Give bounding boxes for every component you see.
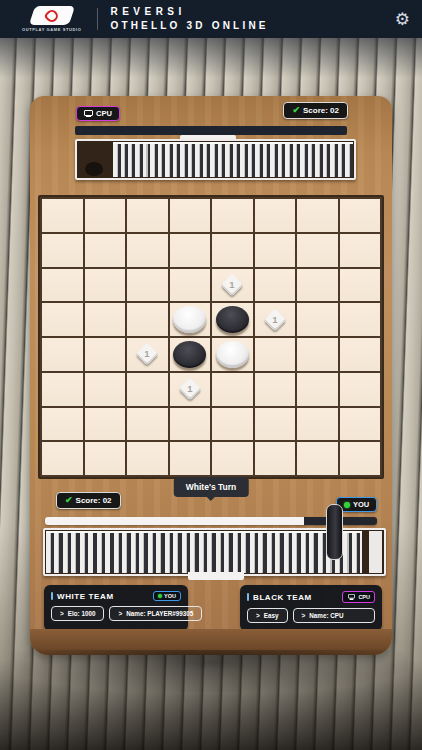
elo-button[interactable]: > Elo: 1000 [51, 606, 104, 621]
chevron-icon: > [302, 612, 306, 619]
player-dot-icon [158, 594, 163, 599]
accent-tick-icon [51, 592, 53, 600]
player-dot-icon [344, 502, 350, 508]
game-title: REVERSI OTHELLO 3D ONLINE [110, 5, 268, 33]
monitor-icon [84, 110, 93, 118]
board-cell [170, 234, 211, 267]
black-disc [173, 341, 206, 368]
monitor-icon [349, 594, 356, 600]
studio-name: OUTPLAY GAME STUDIO [22, 27, 81, 32]
studio-logo-icon [29, 6, 75, 25]
board-cell [42, 442, 83, 475]
board-cell [85, 442, 126, 475]
board-cell [340, 269, 381, 302]
board-cell [255, 442, 296, 475]
board-cell[interactable]: 1 [127, 338, 168, 371]
board-cell [85, 408, 126, 441]
move-hint[interactable]: 1 [178, 378, 201, 401]
board-cell [255, 234, 296, 267]
move-hint[interactable]: 1 [263, 308, 286, 331]
board-cell [340, 338, 381, 371]
board-cell [212, 234, 253, 267]
board-cell [212, 338, 253, 371]
board-cell [127, 234, 168, 267]
game-title-line1: REVERSI [110, 5, 268, 19]
chevron-icon: > [256, 612, 260, 619]
header-divider [97, 8, 98, 30]
black-team-panel: BLACK TEAM CPU > Easy > Name: CPU [240, 585, 382, 631]
board-cell [127, 269, 168, 302]
top-bar: OUTPLAY GAME STUDIO REVERSI OTHELLO 3D O… [0, 0, 422, 38]
game-title-line2: OTHELLO 3D ONLINE [110, 19, 268, 33]
board-cell [85, 373, 126, 406]
white-team-you-badge: YOU [153, 591, 181, 601]
difficulty-button[interactable]: > Easy [247, 608, 288, 623]
top-tray-wall [75, 126, 347, 135]
board-cell [255, 199, 296, 232]
white-disc [173, 306, 206, 333]
board-cell [340, 373, 381, 406]
board-cell [127, 303, 168, 336]
board-cell [170, 269, 211, 302]
white-team-header: WHITE TEAM YOU [51, 591, 181, 601]
board-shadow [14, 650, 408, 692]
team-panels: WHITE TEAM YOU > Elo: 1000 > Name: PLAYE… [30, 585, 392, 633]
board-cell [127, 199, 168, 232]
cpu-name-label: Name: CPU [309, 612, 343, 619]
board-cell [297, 199, 338, 232]
board-cell [85, 269, 126, 302]
player-badge-label: YOU [353, 500, 369, 509]
accent-tick-icon [247, 593, 249, 601]
board-cell [42, 373, 83, 406]
tray-disc-icon [85, 162, 103, 176]
player-score-badge: ✔ Score: 02 [56, 492, 121, 509]
board-cell [297, 338, 338, 371]
board-cell [297, 442, 338, 475]
board-cell [85, 338, 126, 371]
board-cell [42, 234, 83, 267]
opponent-badge-label: CPU [96, 109, 112, 118]
white-team-panel: WHITE TEAM YOU > Elo: 1000 > Name: PLAYE… [44, 585, 188, 631]
board-cell [127, 442, 168, 475]
board-grid: 1111 [38, 195, 384, 479]
black-team-header: BLACK TEAM CPU [247, 591, 375, 603]
board-cell [297, 269, 338, 302]
black-disc [216, 306, 249, 333]
board-cell [42, 199, 83, 232]
board-cell [170, 338, 211, 371]
chevron-icon: > [60, 610, 64, 617]
board-cell [340, 199, 381, 232]
board-cell[interactable]: 1 [255, 303, 296, 336]
board-cell [170, 442, 211, 475]
white-team-buttons: > Elo: 1000 > Name: PLAYER#99305 [51, 606, 181, 621]
black-disc-tray [75, 139, 356, 180]
opponent-badge: CPU [76, 106, 120, 121]
board-cell [297, 373, 338, 406]
board-cell [297, 234, 338, 267]
cpu-name-button[interactable]: > Name: CPU [293, 608, 375, 623]
black-team-cpu-badge: CPU [342, 591, 375, 603]
player-score-label: Score: 02 [76, 496, 112, 505]
board-cell [127, 408, 168, 441]
difficulty-label: Easy [264, 612, 279, 619]
white-team-title: WHITE TEAM [57, 592, 114, 601]
board-cell[interactable]: 1 [170, 373, 211, 406]
board-cell [212, 303, 253, 336]
studio-logo: OUTPLAY GAME STUDIO [22, 6, 81, 32]
white-disc [216, 341, 249, 368]
board-cell [170, 408, 211, 441]
board-cell [255, 338, 296, 371]
check-icon: ✔ [65, 496, 73, 505]
board-cell [85, 234, 126, 267]
move-hint[interactable]: 1 [136, 343, 159, 366]
settings-gear-icon[interactable]: ⚙ [395, 11, 410, 28]
board-cell [170, 199, 211, 232]
bottom-tray-discs [46, 531, 362, 573]
board-cell [42, 303, 83, 336]
top-tray-discs [113, 142, 353, 177]
board-cell [340, 408, 381, 441]
board-cell [340, 234, 381, 267]
black-team-buttons: > Easy > Name: CPU [247, 608, 375, 623]
player-name-label: Name: PLAYER#99305 [126, 610, 193, 617]
game-screen: OUTPLAY GAME STUDIO REVERSI OTHELLO 3D O… [0, 0, 422, 750]
black-team-title: BLACK TEAM [253, 593, 312, 602]
player-name-button[interactable]: > Name: PLAYER#99305 [109, 606, 202, 621]
board-cell [212, 373, 253, 406]
board-cell [85, 199, 126, 232]
bottom-tray-endcap [369, 531, 382, 573]
board-cell[interactable]: 1 [212, 269, 253, 302]
board-cell [255, 269, 296, 302]
move-hint[interactable]: 1 [221, 274, 244, 297]
board-cell [255, 373, 296, 406]
board-cell [340, 442, 381, 475]
chevron-icon: > [118, 610, 122, 617]
board-cell [85, 303, 126, 336]
lifted-disc [326, 504, 343, 560]
board-cell [212, 442, 253, 475]
white-team-badge-label: YOU [164, 593, 176, 599]
black-team-badge-label: CPU [358, 594, 370, 600]
board-cell [212, 199, 253, 232]
board-cell [42, 338, 83, 371]
opponent-score-badge: ✔ Score: 02 [283, 102, 348, 119]
logo-red-mark-icon [43, 7, 60, 24]
board-cell [297, 408, 338, 441]
board-cell [297, 303, 338, 336]
board-cell [170, 303, 211, 336]
opponent-score-label: Score: 02 [303, 106, 339, 115]
elo-label: Elo: 1000 [68, 610, 96, 617]
board-cell [255, 408, 296, 441]
board-cell [127, 373, 168, 406]
board-cell [212, 408, 253, 441]
board-cell [42, 408, 83, 441]
turn-indicator: White's Turn [174, 477, 249, 497]
check-icon: ✔ [292, 106, 300, 115]
othello-board: CPU ✔ Score: 02 1111 White's Turn ✔ Scor… [30, 96, 392, 655]
board-cell [340, 303, 381, 336]
board-cell [42, 269, 83, 302]
bottom-tray-tab [188, 572, 244, 580]
